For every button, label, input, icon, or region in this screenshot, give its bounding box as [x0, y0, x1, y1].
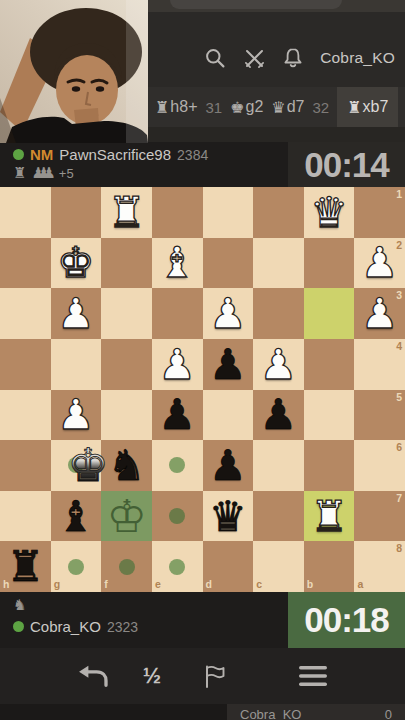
chess-board[interactable]: ♜♛1♚♝2♟♟♟3♟♟♟♟4♟♟♟5♞♟6♝♔♛♜7h♜gfedcb8a: [0, 187, 405, 592]
captured-pawns-icon: ♟♟♟: [31, 164, 47, 182]
menu-hamburger-button[interactable]: [296, 648, 330, 704]
coord-rank-1: 1: [396, 189, 402, 200]
square-h6[interactable]: [0, 440, 51, 491]
square-c2[interactable]: [253, 238, 304, 289]
square-h2[interactable]: [0, 238, 51, 289]
search-icon[interactable]: [203, 46, 227, 70]
game-toolbar: ½: [0, 648, 405, 704]
square-c1[interactable]: [253, 187, 304, 238]
piece-black-pawn[interactable]: ♟: [253, 390, 304, 441]
square-e6[interactable]: [152, 440, 203, 491]
piece-black-queen[interactable]: ♛: [203, 491, 254, 542]
coord-file-d: d: [206, 579, 212, 590]
player-rating: 2323: [107, 619, 138, 635]
square-b1[interactable]: ♛: [304, 187, 355, 238]
square-d8[interactable]: d: [203, 541, 254, 592]
app-screen: Cobra_KO ♜h8+ 31 ♚g2 ♛d7 32 ♜xb7 NM Pawn…: [0, 0, 405, 720]
piece-white-pawn[interactable]: ♟: [51, 288, 102, 339]
square-d2[interactable]: [203, 238, 254, 289]
square-g5[interactable]: ♟: [51, 390, 102, 441]
player-title: NM: [30, 146, 53, 163]
square-d1[interactable]: [203, 187, 254, 238]
piece-white-bishop[interactable]: ♝: [152, 238, 203, 289]
square-a5[interactable]: 5: [354, 390, 405, 441]
takeback-button[interactable]: [74, 648, 112, 704]
square-e8[interactable]: e: [152, 541, 203, 592]
legal-move-dot[interactable]: [169, 508, 185, 524]
square-g3[interactable]: ♟: [51, 288, 102, 339]
square-g2[interactable]: ♚: [51, 238, 102, 289]
piece-black-pawn[interactable]: ♟: [152, 390, 203, 441]
square-a6[interactable]: 6: [354, 440, 405, 491]
coord-rank-6: 6: [396, 442, 402, 453]
square-g8[interactable]: g: [51, 541, 102, 592]
square-e1[interactable]: [152, 187, 203, 238]
square-f4[interactable]: [101, 339, 152, 390]
webcam-video: [0, 0, 148, 143]
piece-white-pawn[interactable]: ♟: [203, 288, 254, 339]
square-b6[interactable]: [304, 440, 355, 491]
captured-rook-icon: ♜: [13, 164, 26, 182]
square-g7[interactable]: ♝: [51, 491, 102, 542]
square-f3[interactable]: [101, 288, 152, 339]
material-advantage: +5: [59, 166, 74, 181]
player-bar-white: NM PawnSacrifice98 2384 ♜ ♟♟♟ +5 00:14: [0, 142, 405, 187]
coord-rank-7: 7: [396, 493, 402, 504]
square-e3[interactable]: [152, 288, 203, 339]
legal-move-dot[interactable]: [169, 559, 185, 575]
coord-rank-4: 4: [396, 341, 402, 352]
move-kg2[interactable]: ♚g2: [230, 98, 263, 117]
square-f2[interactable]: [101, 238, 152, 289]
square-f7[interactable]: ♔: [101, 491, 152, 542]
piece-white-pawn[interactable]: ♟: [354, 238, 405, 289]
coord-file-e: e: [155, 579, 161, 590]
square-h1[interactable]: [0, 187, 51, 238]
online-dot: [13, 621, 24, 632]
stream-score-strip: Cobra_KO 0: [0, 704, 405, 720]
coord-file-f: f: [104, 579, 108, 590]
square-h4[interactable]: [0, 339, 51, 390]
coord-rank-5: 5: [396, 392, 402, 403]
square-g1[interactable]: [51, 187, 102, 238]
resign-flag-button[interactable]: [198, 648, 230, 704]
square-h3[interactable]: [0, 288, 51, 339]
piece-white-king[interactable]: ♚: [51, 238, 102, 289]
square-d7[interactable]: ♛: [203, 491, 254, 542]
player-rating: 2384: [177, 147, 208, 163]
square-d4[interactable]: ♟: [203, 339, 254, 390]
ghost-black-king[interactable]: ♔: [101, 491, 152, 542]
player-bar-black: ♞ Cobra_KO 2323 00:18: [0, 592, 405, 648]
clock-black-active: 00:18: [288, 592, 405, 648]
strip-username: Cobra_KO: [240, 707, 301, 720]
square-b5[interactable]: [304, 390, 355, 441]
square-c8[interactable]: c: [253, 541, 304, 592]
piece-white-queen[interactable]: ♛: [304, 187, 355, 238]
piece-black-bishop[interactable]: ♝: [51, 491, 102, 542]
move-number: 32: [312, 99, 329, 116]
square-c6[interactable]: [253, 440, 304, 491]
piece-white-rook[interactable]: ♜: [304, 491, 355, 542]
captured-knight-icon: ♞: [13, 596, 26, 614]
coord-file-c: c: [256, 579, 262, 590]
square-b3[interactable]: [304, 288, 355, 339]
piece-black-knight[interactable]: ♞: [101, 440, 152, 491]
square-d3[interactable]: ♟: [203, 288, 254, 339]
sheet-handle: [170, 0, 342, 9]
legal-move-dot[interactable]: [119, 559, 135, 575]
square-a3[interactable]: 3♟: [354, 288, 405, 339]
coord-file-b: b: [307, 579, 313, 590]
square-b7[interactable]: ♜: [304, 491, 355, 542]
square-b4[interactable]: [304, 339, 355, 390]
square-b2[interactable]: [304, 238, 355, 289]
strip-score: 0: [385, 707, 392, 720]
square-f5[interactable]: [101, 390, 152, 441]
square-c3[interactable]: [253, 288, 304, 339]
header-username[interactable]: Cobra_KO: [320, 49, 395, 67]
square-d5[interactable]: [203, 390, 254, 441]
square-e7[interactable]: [152, 491, 203, 542]
piece-white-rook[interactable]: ♜: [101, 187, 152, 238]
square-b8[interactable]: b: [304, 541, 355, 592]
square-c5[interactable]: ♟: [253, 390, 304, 441]
square-f1[interactable]: ♜: [101, 187, 152, 238]
move-list-bar: ♜h8+ 31 ♚g2 ♛d7 32 ♜xb7: [148, 87, 405, 127]
move-rh8[interactable]: ♜h8+: [155, 98, 197, 117]
legal-move-dot[interactable]: [68, 559, 84, 575]
square-h8[interactable]: h♜: [0, 541, 51, 592]
move-rxb7-current[interactable]: ♜xb7: [337, 87, 398, 127]
piece-black-rook[interactable]: ♜: [0, 541, 51, 592]
square-a1[interactable]: 1: [354, 187, 405, 238]
piece-black-pawn[interactable]: ♟: [203, 339, 254, 390]
piece-black-pawn[interactable]: ♟: [203, 440, 254, 491]
square-f6[interactable]: ♞: [101, 440, 152, 491]
coord-rank-8: 8: [396, 543, 402, 554]
coord-file-a: a: [357, 579, 363, 590]
square-f8[interactable]: f: [101, 541, 152, 592]
player-name[interactable]: Cobra_KO: [30, 618, 101, 635]
legal-move-dot[interactable]: [169, 457, 185, 473]
square-a2[interactable]: 2♟: [354, 238, 405, 289]
bell-icon[interactable]: [281, 46, 305, 70]
square-c7[interactable]: [253, 491, 304, 542]
crossed-swords-icon[interactable]: [242, 46, 266, 70]
piece-white-pawn[interactable]: ♟: [152, 339, 203, 390]
move-number: 31: [205, 99, 222, 116]
player-name[interactable]: PawnSacrifice98: [59, 146, 171, 163]
piece-white-pawn[interactable]: ♟: [253, 339, 304, 390]
clock-white: 00:14: [288, 142, 405, 187]
square-g4[interactable]: [51, 339, 102, 390]
piece-white-pawn[interactable]: ♟: [354, 288, 405, 339]
piece-white-pawn[interactable]: ♟: [51, 390, 102, 441]
offer-draw-button[interactable]: ½: [136, 648, 168, 704]
square-h7[interactable]: [0, 491, 51, 542]
square-h5[interactable]: [0, 390, 51, 441]
move-qd7[interactable]: ♛d7: [271, 98, 304, 117]
square-c4[interactable]: ♟: [253, 339, 304, 390]
square-a7[interactable]: 7: [354, 491, 405, 542]
online-dot: [13, 149, 24, 160]
square-a8[interactable]: 8a: [354, 541, 405, 592]
square-e2[interactable]: ♝: [152, 238, 203, 289]
square-e5[interactable]: ♟: [152, 390, 203, 441]
square-e4[interactable]: ♟: [152, 339, 203, 390]
coord-file-g: g: [54, 579, 60, 590]
square-d6[interactable]: ♟: [203, 440, 254, 491]
square-a4[interactable]: 4: [354, 339, 405, 390]
